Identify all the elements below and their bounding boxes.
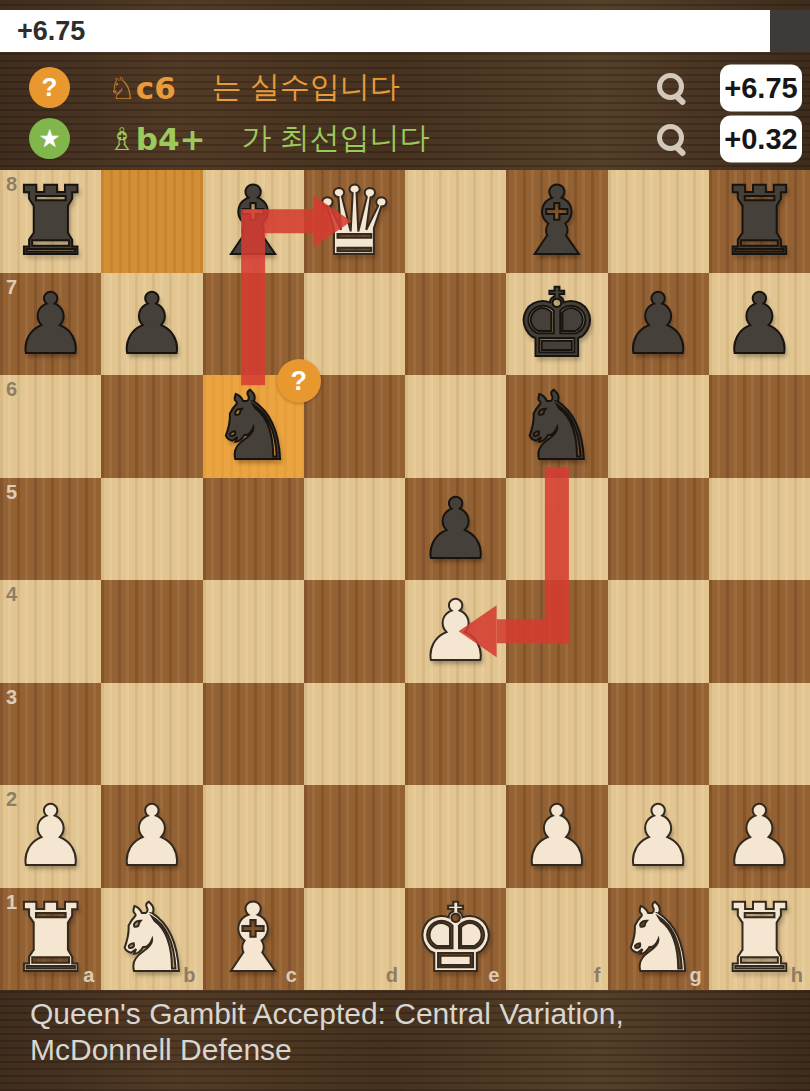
square-b8[interactable] — [101, 170, 202, 273]
app-screen: +6.75 ? ♘c6 는 실수입니다 +6.75 ★ ♗b4+ 가 최선입니다… — [0, 0, 810, 1091]
chess-board[interactable]: 8♜♝♛♝♜7♟♟♚♟♟6♞♞5♟4♟32♟♟♟♟♟1a♜b♞c♝de♚fg♞h… — [0, 170, 810, 990]
white-knight-b1[interactable]: ♞ — [101, 888, 202, 991]
square-h1[interactable]: h♜ — [709, 888, 810, 991]
square-d2[interactable] — [304, 785, 405, 888]
opening-bar: Queen's Gambit Accepted: Central Variati… — [0, 990, 810, 1091]
square-d8[interactable]: ♛ — [304, 170, 405, 273]
square-g2[interactable]: ♟ — [608, 785, 709, 888]
file-label-d: d — [386, 964, 398, 987]
rank-label-3: 3 — [6, 686, 17, 709]
square-f6[interactable]: ♞ — [506, 375, 607, 478]
evaluation-value: +6.75 — [17, 16, 85, 47]
square-c4[interactable] — [203, 580, 304, 683]
mistake-eval-badge: +6.75 — [720, 64, 802, 111]
square-d7[interactable] — [304, 273, 405, 376]
square-a5[interactable]: 5 — [0, 478, 101, 581]
square-d3[interactable] — [304, 683, 405, 786]
square-g3[interactable] — [608, 683, 709, 786]
white-pawn-b2[interactable]: ♟ — [101, 785, 202, 888]
square-b5[interactable] — [101, 478, 202, 581]
square-f3[interactable] — [506, 683, 607, 786]
played-move-notation: ♘c6 — [108, 70, 176, 106]
square-f5[interactable] — [506, 478, 607, 581]
square-h4[interactable] — [709, 580, 810, 683]
star-icon: ★ — [40, 126, 60, 152]
mistake-icon: ? — [29, 67, 70, 108]
rank-label-6: 6 — [6, 378, 17, 401]
file-label-f: f — [594, 964, 601, 987]
square-c1[interactable]: c♝ — [203, 888, 304, 991]
mistake-badge-on-board: ? — [277, 359, 321, 403]
opening-name: Queen's Gambit Accepted: Central Variati… — [30, 996, 770, 1068]
square-h6[interactable] — [709, 375, 810, 478]
black-bishop-f8[interactable]: ♝ — [506, 170, 607, 273]
square-e5[interactable]: ♟ — [405, 478, 506, 581]
white-pawn-e4[interactable]: ♟ — [405, 580, 506, 683]
square-c7[interactable] — [203, 273, 304, 376]
square-f8[interactable]: ♝ — [506, 170, 607, 273]
square-g1[interactable]: g♞ — [608, 888, 709, 991]
magnifier-icon[interactable] — [655, 122, 689, 156]
mistake-icon-glyph: ? — [42, 72, 58, 103]
white-pawn-g2[interactable]: ♟ — [608, 785, 709, 888]
square-a3[interactable]: 3 — [0, 683, 101, 786]
square-h5[interactable] — [709, 478, 810, 581]
square-a8[interactable]: 8♜ — [0, 170, 101, 273]
square-f2[interactable]: ♟ — [506, 785, 607, 888]
square-e2[interactable] — [405, 785, 506, 888]
magnifier-icon[interactable] — [655, 71, 689, 105]
square-a4[interactable]: 4 — [0, 580, 101, 683]
square-b7[interactable]: ♟ — [101, 273, 202, 376]
analysis-row-mistake[interactable]: ? ♘c6 는 실수입니다 +6.75 — [0, 64, 810, 111]
black-rook-h8[interactable]: ♜ — [709, 170, 810, 273]
evaluation-bar-white-part: +6.75 — [0, 10, 770, 52]
square-d5[interactable] — [304, 478, 405, 581]
square-g4[interactable] — [608, 580, 709, 683]
square-h3[interactable] — [709, 683, 810, 786]
white-rook-a1[interactable]: ♜ — [0, 888, 101, 991]
black-pawn-h7[interactable]: ♟ — [709, 273, 810, 376]
square-e7[interactable] — [405, 273, 506, 376]
analysis-row-best[interactable]: ★ ♗b4+ 가 최선입니다 +0.32 — [0, 115, 810, 162]
square-b3[interactable] — [101, 683, 202, 786]
best-move-icon: ★ — [29, 118, 70, 159]
square-a6[interactable]: 6 — [0, 375, 101, 478]
white-rook-h1[interactable]: ♜ — [709, 888, 810, 991]
square-f1[interactable]: f — [506, 888, 607, 991]
square-c8[interactable]: ♝ — [203, 170, 304, 273]
square-g5[interactable] — [608, 478, 709, 581]
black-pawn-a7[interactable]: ♟ — [0, 273, 101, 376]
square-b4[interactable] — [101, 580, 202, 683]
black-bishop-c8[interactable]: ♝ — [203, 170, 304, 273]
square-d4[interactable] — [304, 580, 405, 683]
white-pawn-h2[interactable]: ♟ — [709, 785, 810, 888]
best-eval-badge: +0.32 — [720, 115, 802, 162]
best-comment: 가 최선입니다 — [242, 118, 430, 159]
square-d6[interactable] — [304, 375, 405, 478]
square-h2[interactable]: ♟ — [709, 785, 810, 888]
black-king-f7[interactable]: ♚ — [506, 273, 607, 376]
black-pawn-e5[interactable]: ♟ — [405, 478, 506, 581]
rank-label-5: 5 — [6, 481, 17, 504]
black-rook-a8[interactable]: ♜ — [0, 170, 101, 273]
evaluation-bar-black-part — [770, 10, 810, 52]
square-g7[interactable]: ♟ — [608, 273, 709, 376]
white-pawn-f2[interactable]: ♟ — [506, 785, 607, 888]
mistake-comment: 는 실수입니다 — [212, 67, 400, 108]
square-e6[interactable] — [405, 375, 506, 478]
square-e4[interactable]: ♟ — [405, 580, 506, 683]
white-queen-d8[interactable]: ♛ — [304, 170, 405, 273]
white-bishop-c1[interactable]: ♝ — [203, 888, 304, 991]
square-h7[interactable]: ♟ — [709, 273, 810, 376]
square-b1[interactable]: b♞ — [101, 888, 202, 991]
square-h8[interactable]: ♜ — [709, 170, 810, 273]
square-b2[interactable]: ♟ — [101, 785, 202, 888]
square-e1[interactable]: e♚ — [405, 888, 506, 991]
square-c5[interactable] — [203, 478, 304, 581]
black-pawn-b7[interactable]: ♟ — [101, 273, 202, 376]
rank-label-4: 4 — [6, 583, 17, 606]
white-knight-g1[interactable]: ♞ — [608, 888, 709, 991]
square-c2[interactable] — [203, 785, 304, 888]
square-a2[interactable]: 2♟ — [0, 785, 101, 888]
square-g6[interactable] — [608, 375, 709, 478]
square-f4[interactable] — [506, 580, 607, 683]
square-a7[interactable]: 7♟ — [0, 273, 101, 376]
square-a1[interactable]: 1a♜ — [0, 888, 101, 991]
square-e3[interactable] — [405, 683, 506, 786]
evaluation-bar: +6.75 — [0, 10, 810, 52]
best-move-notation: ♗b4+ — [108, 121, 206, 157]
white-king-e1[interactable]: ♚ — [405, 888, 506, 991]
black-knight-f6[interactable]: ♞ — [506, 375, 607, 478]
black-pawn-g7[interactable]: ♟ — [608, 273, 709, 376]
square-f7[interactable]: ♚ — [506, 273, 607, 376]
square-b6[interactable] — [101, 375, 202, 478]
white-pawn-a2[interactable]: ♟ — [0, 785, 101, 888]
square-e8[interactable] — [405, 170, 506, 273]
square-d1[interactable]: d — [304, 888, 405, 991]
square-c3[interactable] — [203, 683, 304, 786]
square-g8[interactable] — [608, 170, 709, 273]
